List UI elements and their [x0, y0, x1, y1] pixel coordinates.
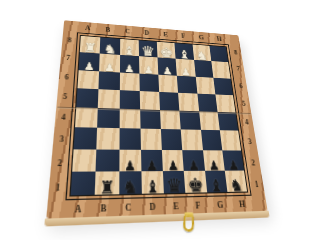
square-g5	[197, 94, 217, 113]
piece-black-queen-e1: ♛	[166, 177, 183, 196]
square-f1: ♚	[184, 171, 207, 193]
square-a3	[74, 128, 98, 150]
square-b7: ♟	[99, 54, 119, 72]
square-d8: ♛	[138, 41, 157, 58]
rank-label-left-1: 1	[55, 183, 60, 194]
square-d2: ♟	[141, 150, 163, 172]
square-d1: ♝	[141, 171, 164, 194]
file-label-top-g: G	[198, 34, 204, 41]
square-f3	[181, 130, 202, 150]
square-f8: ♝	[175, 43, 194, 60]
wooden-frame: ABCDEFGH ABCDEFGH 87654321 87654321 ♜♞♝♛…	[46, 21, 220, 219]
square-f4	[180, 111, 201, 130]
square-e6	[158, 75, 178, 93]
file-label-top-f: F	[181, 33, 185, 40]
square-a2	[72, 149, 96, 172]
square-f2: ♟	[182, 150, 204, 171]
square-d7: ♟	[139, 57, 159, 75]
file-label-bottom-e: E	[173, 201, 179, 212]
piece-black-king-f1: ♚	[187, 177, 204, 196]
square-a7: ♟	[79, 53, 100, 72]
clasp-hook-icon	[183, 216, 194, 220]
square-e8: ♚	[157, 42, 176, 59]
rank-label-left-7: 7	[66, 55, 70, 63]
square-g7	[194, 60, 213, 77]
square-e2: ♟	[162, 150, 184, 171]
rank-label-left-6: 6	[64, 73, 69, 81]
square-c6	[119, 72, 139, 91]
piece-black-bishop-d1: ♝	[145, 179, 160, 196]
square-e5	[159, 92, 179, 111]
file-label-top-h: H	[216, 36, 220, 43]
product-photo-scene: ABCDEFGH ABCDEFGH 87654321 87654321 ♜♞♝♛…	[61, 11, 220, 209]
square-a8: ♜	[80, 36, 101, 54]
file-label-bottom-g: G	[216, 200, 220, 210]
file-label-bottom-f: F	[195, 200, 201, 210]
file-label-top-e: E	[163, 31, 168, 38]
file-label-top-c: C	[125, 28, 130, 35]
square-b1: ♜	[95, 172, 119, 196]
square-g2: ♟	[202, 150, 220, 171]
square-f7: ♟	[176, 59, 195, 76]
file-label-bottom-a: A	[74, 203, 81, 214]
board-grid: ♜♞♝♛♚♝♞♟♟♟♟♟♟♟♟♟♟♟♟♜♞♝♛♚♝♞	[69, 35, 220, 197]
square-b3	[97, 128, 120, 149]
square-c7: ♟	[119, 55, 139, 73]
square-g4	[199, 112, 220, 131]
square-h6	[213, 78, 220, 96]
square-e3	[161, 130, 183, 150]
piece-black-knight-c1: ♞	[123, 179, 138, 197]
square-a5	[76, 88, 98, 108]
square-g8: ♞	[192, 45, 211, 62]
file-label-bottom-c: C	[125, 202, 131, 213]
square-d3	[140, 129, 162, 150]
square-d6	[139, 74, 159, 93]
square-b5	[98, 89, 119, 109]
file-label-top-b: B	[105, 26, 110, 33]
piece-black-bishop-g1: ♝	[209, 178, 220, 195]
square-e7: ♟	[158, 58, 177, 76]
inner-border: ♜♞♝♛♚♝♞♟♟♟♟♟♟♟♟♟♟♟♟♜♞♝♛♚♝♞	[65, 33, 220, 201]
square-c4	[119, 109, 140, 129]
file-label-bottom-b: B	[100, 203, 106, 214]
square-b6	[99, 71, 120, 90]
square-a4	[75, 108, 98, 129]
square-c1: ♞	[119, 171, 142, 194]
rank-label-left-8: 8	[67, 37, 71, 45]
file-label-top-d: D	[144, 29, 149, 36]
square-h7	[211, 62, 220, 79]
brass-clasp	[183, 216, 194, 220]
rank-label-left-2: 2	[57, 158, 62, 168]
square-g3	[201, 130, 220, 150]
square-c8: ♝	[120, 39, 139, 57]
square-a6	[77, 70, 99, 89]
square-c5	[119, 90, 140, 109]
square-g6	[195, 77, 215, 95]
rank-label-left-4: 4	[61, 113, 66, 122]
square-b4	[97, 108, 119, 128]
square-e4	[160, 110, 181, 130]
file-label-top-a: A	[85, 24, 91, 31]
square-c2: ♟	[119, 150, 141, 172]
square-d5	[140, 91, 160, 110]
rank-label-left-5: 5	[63, 93, 68, 102]
square-a1	[71, 172, 96, 196]
square-g1: ♝	[205, 171, 220, 193]
file-label-bottom-d: D	[149, 201, 155, 212]
piece-black-rook-b1: ♜	[99, 180, 115, 198]
square-f6	[177, 76, 197, 94]
square-b8: ♞	[100, 38, 120, 56]
square-b2	[96, 149, 119, 171]
square-f5	[178, 93, 198, 112]
chess-board: ABCDEFGH ABCDEFGH 87654321 87654321 ♜♞♝♛…	[46, 21, 220, 219]
rank-label-left-3: 3	[59, 135, 64, 145]
square-c3	[119, 129, 141, 150]
square-e1: ♛	[163, 171, 186, 194]
square-d4	[140, 110, 161, 130]
